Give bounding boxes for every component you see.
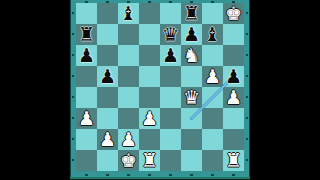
square-a7 (76, 24, 97, 45)
square-d3 (139, 108, 160, 129)
square-g5 (202, 66, 223, 87)
file-coordinate-tick (190, 174, 193, 176)
square-d7 (139, 24, 160, 45)
square-b6 (97, 45, 118, 66)
rank-coordinate-tick (246, 54, 248, 56)
square-d6 (139, 45, 160, 66)
file-coordinate-tick (106, 174, 109, 176)
square-f7 (181, 24, 202, 45)
file-coordinate-tick (148, 174, 151, 176)
square-a3 (76, 108, 97, 129)
square-g4 (202, 87, 223, 108)
square-f4 (181, 87, 202, 108)
rank-coordinate-tick (246, 159, 248, 161)
rank-coordinate-tick (72, 33, 74, 35)
rank-coordinate-tick (246, 12, 248, 14)
square-b1 (97, 150, 118, 171)
rank-coordinate-tick (246, 96, 248, 98)
file-coordinate-tick (85, 1, 88, 3)
rank-coordinate-tick (246, 33, 248, 35)
file-coordinate-tick (127, 174, 130, 176)
file-coordinate-tick (169, 1, 172, 3)
square-c1 (118, 150, 139, 171)
square-e5 (160, 66, 181, 87)
file-coordinate-tick (169, 174, 172, 176)
square-h2 (223, 129, 244, 150)
square-a6 (76, 45, 97, 66)
file-coordinate-tick (148, 1, 151, 3)
square-h1 (223, 150, 244, 171)
square-e4 (160, 87, 181, 108)
square-e7 (160, 24, 181, 45)
file-coordinate-tick (106, 1, 109, 3)
square-b7 (97, 24, 118, 45)
square-a1 (76, 150, 97, 171)
letterbox-left (0, 0, 70, 180)
frame-bottom-edge (70, 179, 250, 180)
square-d2 (139, 129, 160, 150)
square-g1 (202, 150, 223, 171)
square-h4 (223, 87, 244, 108)
rank-coordinate-tick (72, 159, 74, 161)
square-h5 (223, 66, 244, 87)
square-h6 (223, 45, 244, 66)
square-c5 (118, 66, 139, 87)
square-a5 (76, 66, 97, 87)
square-a8 (76, 3, 97, 24)
square-e2 (160, 129, 181, 150)
file-coordinate-tick (232, 174, 235, 176)
rank-coordinate-tick (72, 96, 74, 98)
square-d1 (139, 150, 160, 171)
square-h3 (223, 108, 244, 129)
rank-coordinate-tick (72, 117, 74, 119)
square-e3 (160, 108, 181, 129)
rank-coordinate-tick (72, 138, 74, 140)
square-b4 (97, 87, 118, 108)
square-g8 (202, 3, 223, 24)
square-b8 (97, 3, 118, 24)
square-c8 (118, 3, 139, 24)
square-f3 (181, 108, 202, 129)
chess-board (76, 3, 244, 171)
rank-coordinate-tick (72, 54, 74, 56)
square-f6 (181, 45, 202, 66)
square-g6 (202, 45, 223, 66)
square-b2 (97, 129, 118, 150)
square-h8 (223, 3, 244, 24)
chess-board-frame: ♝♜♚♜♛♟♝♟♟♞♟♟♟♛♟♟♟♟♟♚♜♜ (70, 0, 250, 180)
square-h7 (223, 24, 244, 45)
video-frame: ♝♜♚♜♛♟♝♟♟♞♟♟♟♛♟♟♟♟♟♚♜♜ (0, 0, 320, 180)
square-e6 (160, 45, 181, 66)
square-f5 (181, 66, 202, 87)
rank-coordinate-tick (72, 75, 74, 77)
square-c6 (118, 45, 139, 66)
letterbox-right (250, 0, 320, 180)
square-d5 (139, 66, 160, 87)
file-coordinate-tick (127, 1, 130, 3)
square-c7 (118, 24, 139, 45)
file-coordinate-tick (190, 1, 193, 3)
rank-coordinate-tick (246, 117, 248, 119)
square-a2 (76, 129, 97, 150)
square-g7 (202, 24, 223, 45)
square-f2 (181, 129, 202, 150)
file-coordinate-tick (232, 1, 235, 3)
square-f8 (181, 3, 202, 24)
square-b5 (97, 66, 118, 87)
square-c4 (118, 87, 139, 108)
file-coordinate-tick (211, 174, 214, 176)
rank-coordinate-tick (246, 75, 248, 77)
square-f1 (181, 150, 202, 171)
rank-coordinate-tick (246, 138, 248, 140)
square-c3 (118, 108, 139, 129)
square-e8 (160, 3, 181, 24)
square-c2 (118, 129, 139, 150)
square-b3 (97, 108, 118, 129)
square-e1 (160, 150, 181, 171)
file-coordinate-tick (85, 174, 88, 176)
square-g3 (202, 108, 223, 129)
square-d8 (139, 3, 160, 24)
square-d4 (139, 87, 160, 108)
square-g2 (202, 129, 223, 150)
file-coordinate-tick (211, 1, 214, 3)
rank-coordinate-tick (72, 12, 74, 14)
square-a4 (76, 87, 97, 108)
